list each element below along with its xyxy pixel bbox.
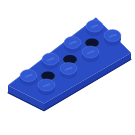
stud-top [60,63,77,75]
stud-top [38,79,55,91]
stud: LEGO [64,37,81,53]
stud-top [20,70,37,82]
stud-top [104,30,121,42]
stud: LEGO [38,79,55,95]
stud: LEGO [82,46,99,62]
stud-top [64,37,81,49]
stud-top [42,53,59,65]
stud: LEGO [20,70,37,86]
stud-top [82,46,99,58]
lego-plate-render: LEGO LEGO LEGO LEGO [0,0,135,135]
stud-top [86,20,103,32]
lego-part-product-image: LEGO LEGO LEGO LEGO [0,0,135,135]
stud: LEGO [86,20,103,36]
lego-plate: LEGO LEGO LEGO LEGO [8,18,131,112]
stud: LEGO [60,63,77,79]
stud: LEGO [42,53,59,69]
stud: LEGO [104,30,121,46]
